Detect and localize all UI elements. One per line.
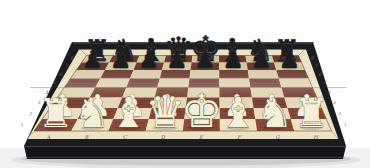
rank-label-left-2: 2 (29, 111, 32, 116)
black-pawn-b7: ♟ (110, 45, 132, 74)
white-bishop-c1: ♝ (110, 88, 147, 137)
black-pawn-e7: ♟ (194, 45, 216, 74)
white-rook-a1: ♜ (38, 90, 74, 136)
black-pawn-f7: ♟ (222, 45, 244, 74)
chess-set-photo: AABBCCDDEEFFGGHH1122334455667788♜♞♝♛♚♝♞♜… (0, 0, 370, 168)
black-pawn-c7: ♟ (138, 45, 160, 74)
rank-label-right-3: 3 (333, 100, 336, 105)
black-pawn-h7: ♟ (279, 45, 301, 74)
white-king-e1: ♚ (181, 84, 222, 138)
white-knight-g1: ♞ (256, 89, 292, 137)
white-knight-b1: ♞ (74, 89, 110, 137)
black-pawn-a7: ♟ (82, 45, 104, 74)
black-pawn-d7: ♟ (166, 45, 188, 74)
chess-board: AABBCCDDEEFFGGHH1122334455667788♜♞♝♛♚♝♞♜… (0, 0, 370, 168)
white-rook-h1: ♜ (293, 90, 329, 136)
black-pawn-g7: ♟ (250, 45, 272, 74)
white-queen-d1: ♛ (145, 86, 185, 137)
white-bishop-f1: ♝ (220, 88, 257, 137)
rank-label-right-2: 2 (338, 111, 341, 116)
